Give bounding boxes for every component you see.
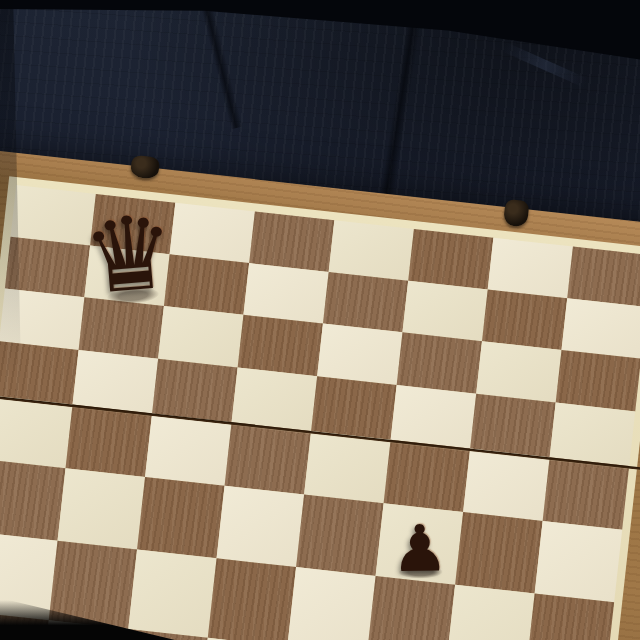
square-c5[interactable] (152, 359, 238, 422)
square-e2[interactable] (287, 567, 375, 640)
square-e8[interactable] (329, 220, 414, 280)
board-hinge-right-icon (503, 199, 530, 227)
piece-black-pawn[interactable]: ♟ (391, 516, 449, 581)
square-f8[interactable] (408, 229, 493, 289)
square-a3[interactable] (0, 459, 66, 540)
square-e5[interactable] (311, 376, 397, 439)
square-f5[interactable] (391, 385, 477, 448)
square-f3[interactable]: ♟ (376, 503, 464, 584)
square-h8[interactable] (567, 247, 640, 307)
square-g2[interactable] (446, 585, 534, 640)
square-f4[interactable] (384, 440, 471, 512)
square-d2[interactable] (208, 558, 296, 640)
square-c3[interactable] (137, 477, 225, 558)
square-d3[interactable] (217, 486, 305, 567)
square-d4[interactable] (225, 422, 312, 494)
square-g4[interactable] (463, 448, 550, 520)
square-b7[interactable]: ♛ (84, 246, 169, 306)
square-c8[interactable] (170, 203, 255, 263)
square-g8[interactable] (488, 238, 573, 298)
square-d5[interactable] (232, 367, 318, 430)
board-hinge-left-icon (130, 155, 160, 180)
square-b3[interactable] (58, 468, 146, 549)
square-d6[interactable] (238, 315, 323, 376)
square-h7[interactable] (562, 298, 640, 358)
square-g5[interactable] (470, 394, 556, 457)
square-h2[interactable] (526, 593, 614, 640)
square-g7[interactable] (482, 289, 567, 349)
square-h5[interactable] (550, 403, 636, 466)
square-h4[interactable] (543, 457, 630, 529)
square-e3[interactable] (296, 495, 384, 576)
square-f6[interactable] (397, 332, 482, 393)
square-h3[interactable] (535, 521, 623, 602)
square-h6[interactable] (556, 350, 640, 411)
square-d7[interactable] (243, 263, 328, 323)
board-inner-border: ♛♟ (0, 176, 640, 640)
square-e6[interactable] (317, 324, 402, 385)
chess-board: ♛♟ (0, 150, 640, 640)
square-f7[interactable] (402, 281, 487, 341)
square-e4[interactable] (304, 431, 391, 503)
square-b5[interactable] (73, 350, 159, 413)
square-c2[interactable] (128, 550, 216, 638)
square-d8[interactable] (249, 211, 334, 271)
square-c6[interactable] (158, 306, 243, 367)
square-b4[interactable] (66, 405, 153, 477)
square-g3[interactable] (455, 512, 543, 593)
square-e7[interactable] (323, 272, 408, 332)
square-g6[interactable] (476, 341, 561, 402)
square-c4[interactable] (145, 413, 232, 485)
piece-black-queen[interactable]: ♛ (80, 200, 180, 309)
board-grid: ♛♟ (0, 185, 640, 640)
